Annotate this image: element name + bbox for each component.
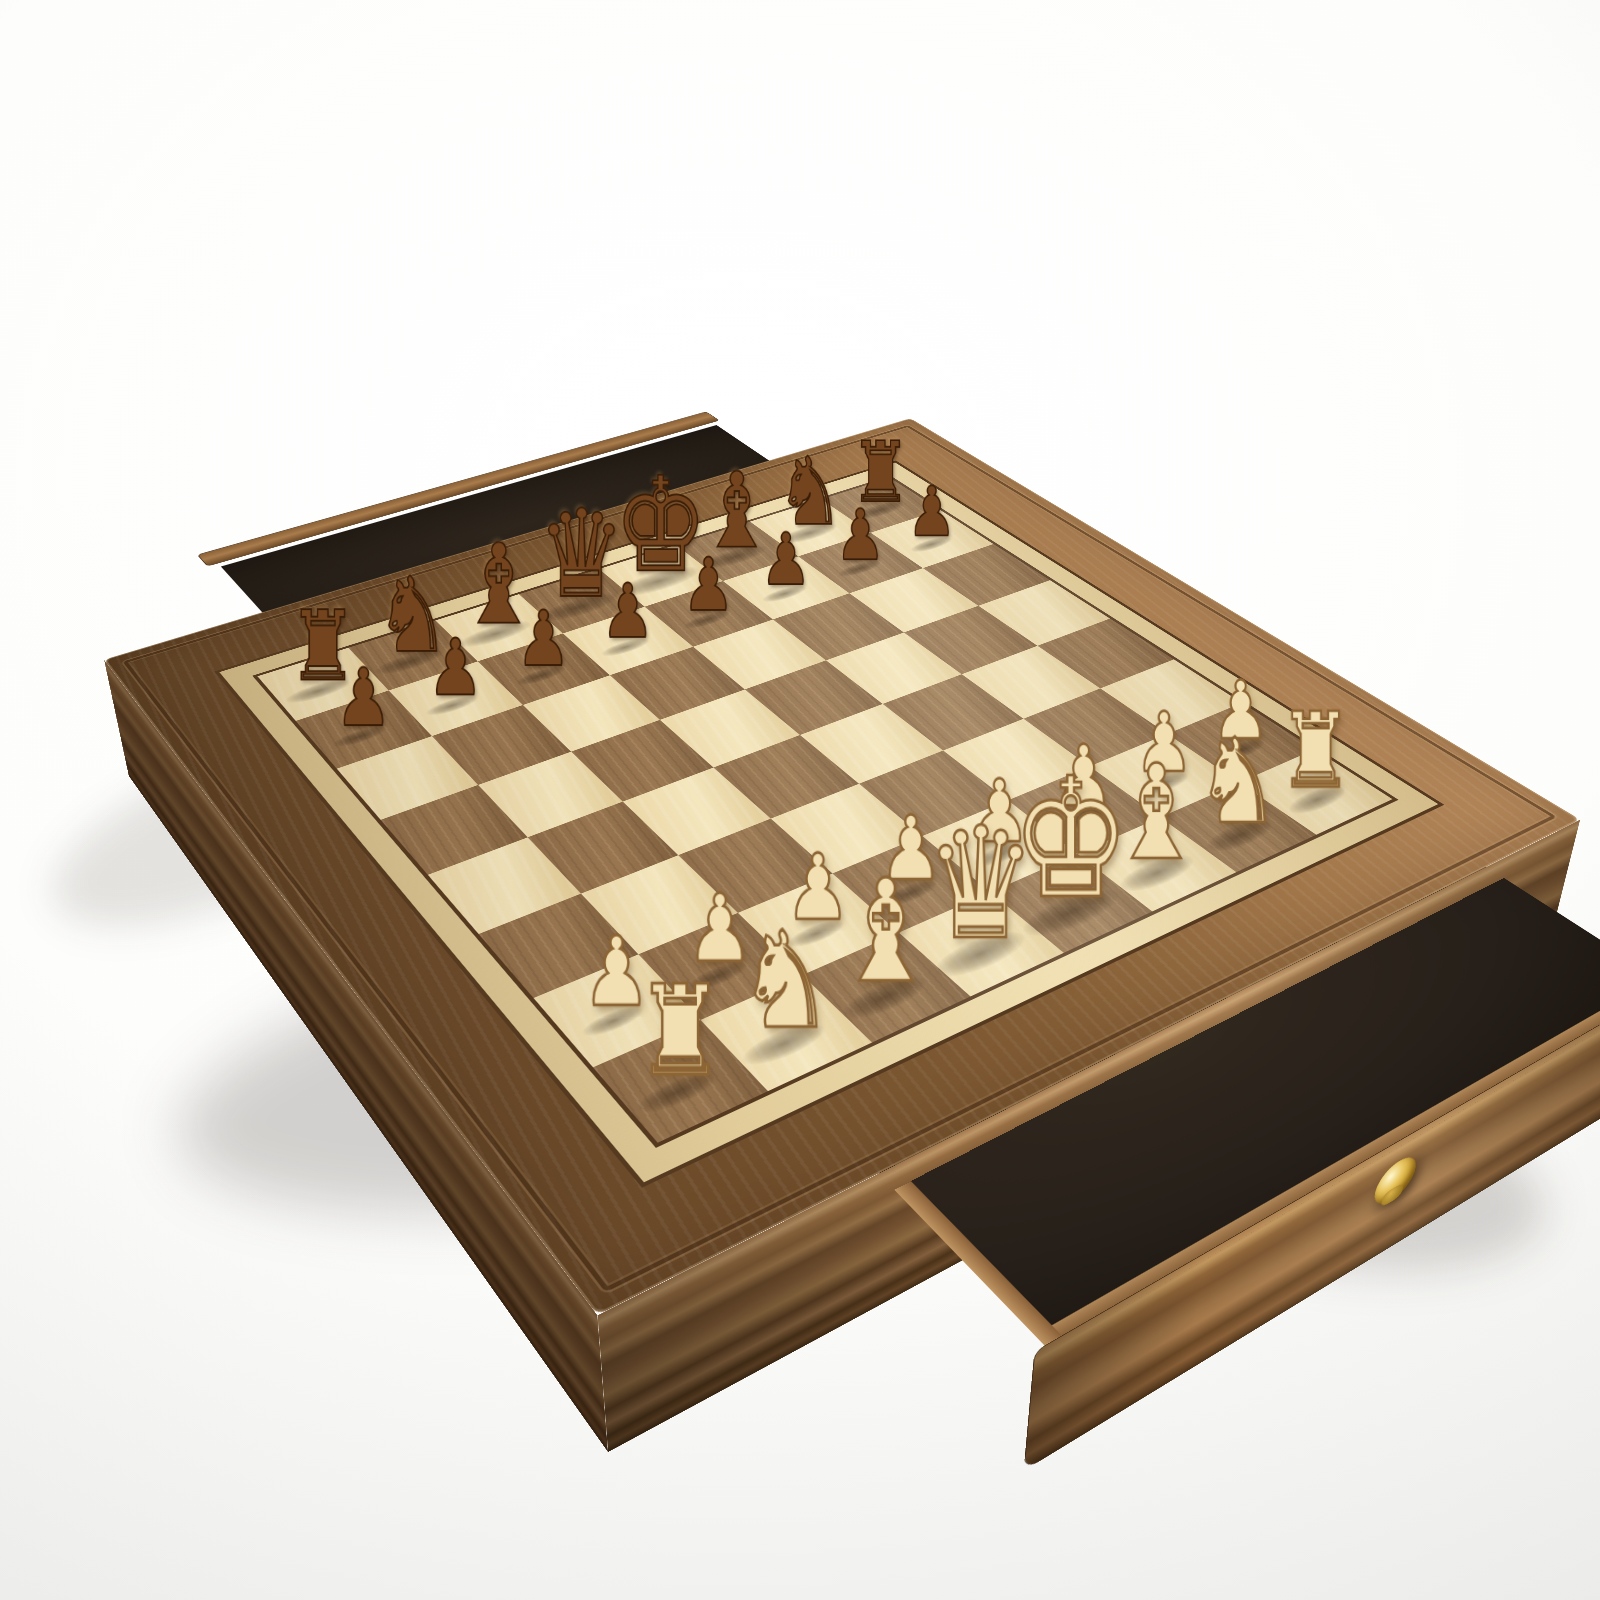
white-knight-glyph: ♞	[738, 914, 834, 1047]
perspective-camera: ♜♞♝♛♚♝♞♜♟♟♟♟♟♟♟♟♟♟♟♟♟♟♟♟♜♞♝♛♚♝♞♜	[0, 0, 1600, 1600]
white-queen-glyph: ♛	[926, 807, 1036, 961]
white-rook-glyph: ♜	[635, 969, 724, 1094]
drawer-brass-knob	[1371, 1149, 1419, 1212]
square-a5	[381, 785, 528, 875]
square-d4	[713, 735, 859, 819]
square-a4	[428, 837, 581, 934]
square-a6	[337, 736, 478, 820]
square-c4	[623, 768, 771, 856]
white-knight-glyph: ♞	[1196, 723, 1280, 840]
white-rook-glyph: ♜	[1278, 699, 1353, 803]
white-bishop-glyph: ♝	[835, 861, 937, 1003]
square-b5	[478, 752, 623, 838]
square-b4	[528, 802, 679, 894]
product-photo-scene: ♜♞♝♛♚♝♞♜♟♟♟♟♟♟♟♟♟♟♟♟♟♟♟♟♜♞♝♛♚♝♞♜	[0, 0, 1600, 1600]
